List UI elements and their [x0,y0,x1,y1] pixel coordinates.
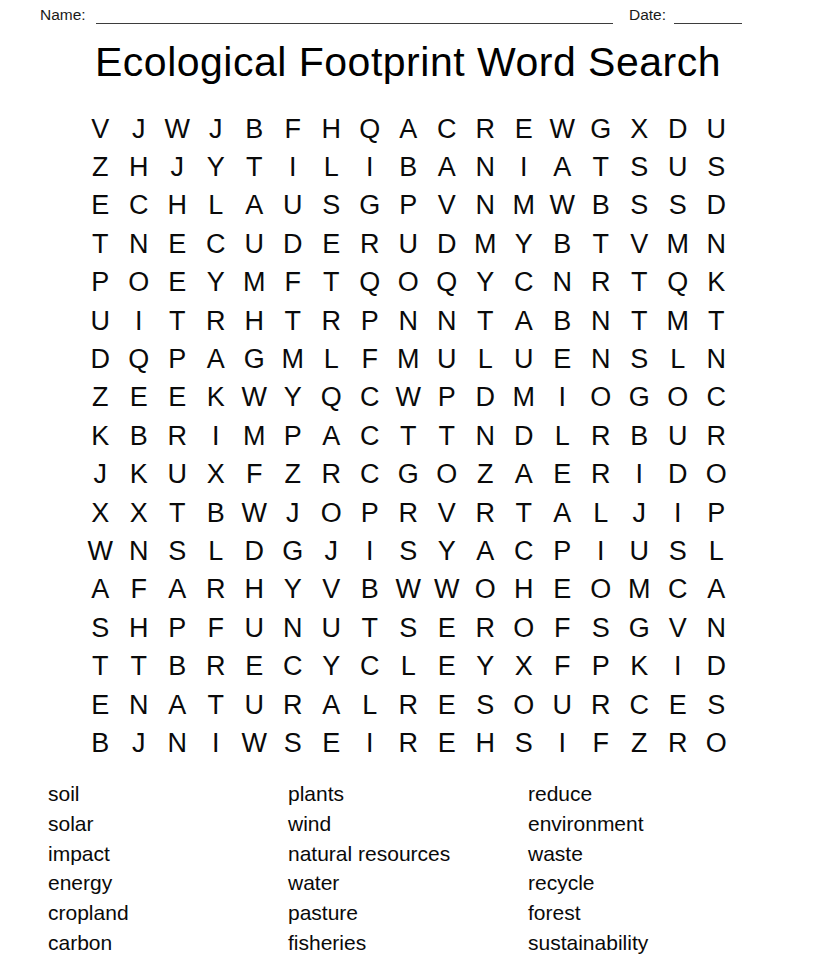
grid-cell-r1c15[interactable]: X [620,110,659,148]
grid-cell-r10c16[interactable]: D [659,456,698,494]
grid-cell-r13c6[interactable]: Y [274,571,313,609]
grid-cell-r13c9[interactable]: W [389,571,428,609]
grid-cell-r3c3[interactable]: H [158,187,197,225]
grid-cell-r13c1[interactable]: A [81,571,120,609]
grid-cell-r16c5[interactable]: U [235,686,274,724]
word-item: carbon [48,928,288,957]
grid-cell-r1c6[interactable]: F [274,110,313,148]
grid-cell-r12c15[interactable]: U [620,532,659,570]
grid-cell-r5c1[interactable]: P [81,264,120,302]
grid-cell-r9c13[interactable]: L [543,417,582,455]
grid-cell-r5c13[interactable]: N [543,264,582,302]
grid-cell-r2c15[interactable]: S [620,148,659,186]
grid-cell-r16c10[interactable]: E [428,686,467,724]
grid-cell-r4c14[interactable]: T [582,225,621,263]
grid-cell-r4c15[interactable]: V [620,225,659,263]
grid-cell-r5c6[interactable]: F [274,264,313,302]
grid-cell-r8c5[interactable]: W [235,379,274,417]
grid-cell-r14c12[interactable]: O [505,609,544,647]
grid-cell-r7c11[interactable]: L [466,340,505,378]
grid-cell-r12c1[interactable]: W [81,532,120,570]
grid-cell-r1c4[interactable]: J [197,110,236,148]
grid-cell-r1c2[interactable]: J [120,110,159,148]
grid-cell-r2c7[interactable]: L [312,148,351,186]
grid-cell-r5c2[interactable]: O [120,264,159,302]
grid-cell-r15c7[interactable]: Y [312,647,351,685]
grid-cell-r14c17[interactable]: N [697,609,736,647]
grid-cell-r7c9[interactable]: M [389,340,428,378]
grid-cell-r1c12[interactable]: E [505,110,544,148]
grid-cell-r3c12[interactable]: M [505,187,544,225]
grid-cell-r3c6[interactable]: U [274,187,313,225]
grid-cell-r15c3[interactable]: B [158,647,197,685]
grid-cell-r9c15[interactable]: B [620,417,659,455]
grid-cell-r5c7[interactable]: T [312,264,351,302]
grid-cell-r9c6[interactable]: P [274,417,313,455]
grid-cell-r16c1[interactable]: E [81,686,120,724]
grid-cell-r13c5[interactable]: H [235,571,274,609]
grid-cell-r7c4[interactable]: A [197,340,236,378]
grid-cell-r5c4[interactable]: Y [197,264,236,302]
grid-cell-r12c11[interactable]: A [466,532,505,570]
word-item: environment [528,809,648,839]
grid-cell-r2c16[interactable]: U [659,148,698,186]
grid-cell-r8c8[interactable]: C [351,379,390,417]
grid-cell-r13c12[interactable]: H [505,571,544,609]
grid-cell-r10c12[interactable]: A [505,456,544,494]
grid-cell-r17c16[interactable]: R [659,724,698,762]
grid-cell-r14c11[interactable]: R [466,609,505,647]
grid-cell-r11c9[interactable]: R [389,494,428,532]
grid-cell-r15c4[interactable]: R [197,647,236,685]
grid-cell-r17c12[interactable]: S [505,724,544,762]
grid-cell-r11c12[interactable]: T [505,494,544,532]
grid-cell-r11c10[interactable]: V [428,494,467,532]
grid-cell-r14c4[interactable]: F [197,609,236,647]
grid-cell-r17c13[interactable]: I [543,724,582,762]
grid-cell-r15c8[interactable]: C [351,647,390,685]
grid-cell-r11c15[interactable]: J [620,494,659,532]
grid-cell-r11c11[interactable]: R [466,494,505,532]
grid-cell-r1c9[interactable]: A [389,110,428,148]
grid-cell-r14c7[interactable]: U [312,609,351,647]
grid-cell-r6c7[interactable]: R [312,302,351,340]
grid-cell-r13c10[interactable]: W [428,571,467,609]
grid-cell-r8c6[interactable]: Y [274,379,313,417]
grid-cell-r6c15[interactable]: T [620,302,659,340]
grid-cell-r1c8[interactable]: Q [351,110,390,148]
grid-cell-r17c14[interactable]: F [582,724,621,762]
grid-cell-r9c10[interactable]: T [428,417,467,455]
grid-cell-r17c15[interactable]: Z [620,724,659,762]
grid-cell-r3c11[interactable]: N [466,187,505,225]
grid-cell-r5c3[interactable]: E [158,264,197,302]
grid-cell-r3c17[interactable]: D [697,187,736,225]
grid-cell-r7c6[interactable]: M [274,340,313,378]
grid-cell-r8c15[interactable]: G [620,379,659,417]
word-item: impact [48,839,288,869]
grid-cell-r10c9[interactable]: G [389,456,428,494]
grid-cell-r13c7[interactable]: V [312,571,351,609]
grid-cell-r10c7[interactable]: R [312,456,351,494]
grid-cell-r13c2[interactable]: F [120,571,159,609]
grid-cell-r9c16[interactable]: U [659,417,698,455]
grid-cell-r7c10[interactable]: U [428,340,467,378]
grid-cell-r7c12[interactable]: U [505,340,544,378]
grid-cell-r9c8[interactable]: C [351,417,390,455]
grid-cell-r2c3[interactable]: J [158,148,197,186]
grid-cell-r17c1[interactable]: B [81,724,120,762]
grid-cell-r8c12[interactable]: M [505,379,544,417]
grid-cell-r15c15[interactable]: K [620,647,659,685]
grid-cell-r9c11[interactable]: N [466,417,505,455]
grid-cell-r1c13[interactable]: W [543,110,582,148]
grid-cell-r9c14[interactable]: R [582,417,621,455]
grid-cell-r5c16[interactable]: Q [659,264,698,302]
grid-cell-r10c11[interactable]: Z [466,456,505,494]
grid-cell-r2c4[interactable]: Y [197,148,236,186]
grid-cell-r14c3[interactable]: P [158,609,197,647]
grid-cell-r17c2[interactable]: J [120,724,159,762]
grid-cell-r4c9[interactable]: U [389,225,428,263]
grid-cell-r7c13[interactable]: E [543,340,582,378]
grid-cell-r13c13[interactable]: E [543,571,582,609]
grid-cell-r9c4[interactable]: I [197,417,236,455]
grid-cell-r11c17[interactable]: P [697,494,736,532]
grid-cell-r10c2[interactable]: K [120,456,159,494]
grid-cell-r2c11[interactable]: N [466,148,505,186]
grid-cell-r7c17[interactable]: N [697,340,736,378]
word-item: cropland [48,898,288,928]
grid-cell-r2c13[interactable]: A [543,148,582,186]
grid-cell-r3c5[interactable]: A [235,187,274,225]
grid-cell-r6c4[interactable]: R [197,302,236,340]
grid-cell-r2c9[interactable]: B [389,148,428,186]
grid-cell-r7c15[interactable]: S [620,340,659,378]
grid-cell-r3c2[interactable]: C [120,187,159,225]
grid-cell-r7c3[interactable]: P [158,340,197,378]
grid-cell-r12c13[interactable]: P [543,532,582,570]
grid-cell-r5c17[interactable]: K [697,264,736,302]
grid-cell-r16c17[interactable]: S [697,686,736,724]
grid-cell-r1c16[interactable]: D [659,110,698,148]
grid-cell-r13c16[interactable]: C [659,571,698,609]
grid-cell-r2c8[interactable]: I [351,148,390,186]
grid-cell-r8c7[interactable]: Q [312,379,351,417]
grid-cell-r14c14[interactable]: S [582,609,621,647]
grid-cell-r8c16[interactable]: O [659,379,698,417]
grid-cell-r1c17[interactable]: U [697,110,736,148]
grid-cell-r15c9[interactable]: L [389,647,428,685]
grid-cell-r3c1[interactable]: E [81,187,120,225]
grid-cell-r2c1[interactable]: Z [81,148,120,186]
grid-cell-r13c15[interactable]: M [620,571,659,609]
grid-cell-r8c10[interactable]: P [428,379,467,417]
grid-cell-r5c5[interactable]: M [235,264,274,302]
grid-cell-r4c8[interactable]: R [351,225,390,263]
grid-cell-r8c17[interactable]: C [697,379,736,417]
grid-cell-r1c5[interactable]: B [235,110,274,148]
grid-cell-r10c4[interactable]: X [197,456,236,494]
grid-cell-r1c3[interactable]: W [158,110,197,148]
grid-cell-r16c15[interactable]: C [620,686,659,724]
grid-cell-r6c5[interactable]: H [235,302,274,340]
grid-cell-r10c15[interactable]: I [620,456,659,494]
grid-cell-r7c16[interactable]: L [659,340,698,378]
grid-cell-r14c10[interactable]: E [428,609,467,647]
grid-cell-r9c12[interactable]: D [505,417,544,455]
grid-cell-r5c12[interactable]: C [505,264,544,302]
grid-cell-r4c10[interactable]: D [428,225,467,263]
grid-cell-r9c17[interactable]: R [697,417,736,455]
grid-cell-r14c8[interactable]: T [351,609,390,647]
grid-cell-r1c1[interactable]: V [81,110,120,148]
grid-cell-r4c6[interactable]: D [274,225,313,263]
grid-cell-r10c5[interactable]: F [235,456,274,494]
grid-cell-r8c4[interactable]: K [197,379,236,417]
grid-cell-r11c16[interactable]: I [659,494,698,532]
grid-cell-r13c14[interactable]: O [582,571,621,609]
word-item: recycle [528,868,648,898]
grid-cell-r11c6[interactable]: J [274,494,313,532]
grid-cell-r16c4[interactable]: T [197,686,236,724]
grid-cell-r3c13[interactable]: W [543,187,582,225]
grid-cell-r15c17[interactable]: D [697,647,736,685]
grid-cell-r8c9[interactable]: W [389,379,428,417]
grid-cell-r14c15[interactable]: G [620,609,659,647]
grid-cell-r8c2[interactable]: E [120,379,159,417]
grid-cell-r6c6[interactable]: T [274,302,313,340]
grid-cell-r4c3[interactable]: E [158,225,197,263]
grid-cell-r4c12[interactable]: Y [505,225,544,263]
grid-cell-r15c6[interactable]: C [274,647,313,685]
grid-cell-r3c4[interactable]: L [197,187,236,225]
grid-cell-r5c9[interactable]: O [389,264,428,302]
grid-cell-r12c8[interactable]: I [351,532,390,570]
grid-cell-r4c17[interactable]: N [697,225,736,263]
grid-cell-r3c9[interactable]: P [389,187,428,225]
grid-cell-r3c10[interactable]: V [428,187,467,225]
grid-cell-r10c10[interactable]: O [428,456,467,494]
grid-cell-r14c1[interactable]: S [81,609,120,647]
grid-cell-r6c8[interactable]: P [351,302,390,340]
grid-cell-r2c5[interactable]: T [235,148,274,186]
grid-cell-r2c12[interactable]: I [505,148,544,186]
grid-cell-r12c14[interactable]: I [582,532,621,570]
grid-cell-r10c17[interactable]: O [697,456,736,494]
grid-cell-r8c14[interactable]: O [582,379,621,417]
grid-cell-r10c14[interactable]: R [582,456,621,494]
grid-cell-r15c1[interactable]: T [81,647,120,685]
grid-cell-r11c5[interactable]: W [235,494,274,532]
grid-cell-r12c3[interactable]: S [158,532,197,570]
grid-cell-r13c8[interactable]: B [351,571,390,609]
grid-cell-r1c11[interactable]: R [466,110,505,148]
grid-cell-r4c2[interactable]: N [120,225,159,263]
grid-cell-r4c11[interactable]: M [466,225,505,263]
grid-cell-r17c10[interactable]: E [428,724,467,762]
grid-cell-r3c7[interactable]: S [312,187,351,225]
grid-cell-r6c11[interactable]: T [466,302,505,340]
grid-cell-r6c13[interactable]: B [543,302,582,340]
grid-cell-r4c4[interactable]: C [197,225,236,263]
grid-cell-r16c8[interactable]: L [351,686,390,724]
grid-cell-r13c3[interactable]: A [158,571,197,609]
grid-cell-r7c7[interactable]: L [312,340,351,378]
grid-cell-r2c10[interactable]: A [428,148,467,186]
grid-cell-r6c10[interactable]: N [428,302,467,340]
grid-cell-r2c6[interactable]: I [274,148,313,186]
date-line[interactable] [674,5,742,24]
grid-cell-r17c11[interactable]: H [466,724,505,762]
grid-cell-r7c8[interactable]: F [351,340,390,378]
grid-cell-r9c1[interactable]: K [81,417,120,455]
grid-cell-r12c12[interactable]: C [505,532,544,570]
grid-cell-r14c6[interactable]: N [274,609,313,647]
grid-cell-r9c5[interactable]: M [235,417,274,455]
word-item: sustainability [528,928,648,957]
grid-cell-r12c9[interactable]: S [389,532,428,570]
grid-cell-r4c5[interactable]: U [235,225,274,263]
grid-cell-r9c3[interactable]: R [158,417,197,455]
grid-cell-r11c13[interactable]: A [543,494,582,532]
grid-cell-r4c1[interactable]: T [81,225,120,263]
grid-cell-r15c13[interactable]: F [543,647,582,685]
grid-cell-r15c5[interactable]: E [235,647,274,685]
grid-cell-r2c17[interactable]: S [697,148,736,186]
grid-cell-r13c11[interactable]: O [466,571,505,609]
grid-cell-r2c14[interactable]: T [582,148,621,186]
grid-cell-r7c14[interactable]: N [582,340,621,378]
grid-cell-r12c2[interactable]: N [120,532,159,570]
grid-cell-r16c2[interactable]: N [120,686,159,724]
grid-cell-r6c12[interactable]: A [505,302,544,340]
grid-cell-r7c5[interactable]: G [235,340,274,378]
grid-cell-r4c16[interactable]: M [659,225,698,263]
grid-cell-r5c8[interactable]: Q [351,264,390,302]
grid-cell-r2c2[interactable]: H [120,148,159,186]
grid-cell-r6c16[interactable]: M [659,302,698,340]
grid-cell-r13c4[interactable]: R [197,571,236,609]
grid-cell-r14c9[interactable]: S [389,609,428,647]
grid-cell-r11c3[interactable]: T [158,494,197,532]
grid-cell-r6c14[interactable]: N [582,302,621,340]
grid-cell-r16c14[interactable]: R [582,686,621,724]
grid-cell-r8c13[interactable]: I [543,379,582,417]
grid-cell-r6c3[interactable]: T [158,302,197,340]
grid-cell-r17c6[interactable]: S [274,724,313,762]
grid-cell-r12c5[interactable]: D [235,532,274,570]
grid-cell-r16c3[interactable]: A [158,686,197,724]
grid-cell-r6c2[interactable]: I [120,302,159,340]
grid-cell-r17c9[interactable]: R [389,724,428,762]
grid-cell-r17c17[interactable]: O [697,724,736,762]
grid-cell-r14c16[interactable]: V [659,609,698,647]
grid-cell-r12c17[interactable]: L [697,532,736,570]
grid-cell-r5c15[interactable]: T [620,264,659,302]
grid-cell-r6c17[interactable]: T [697,302,736,340]
grid-cell-r14c5[interactable]: U [235,609,274,647]
grid-cell-r17c7[interactable]: E [312,724,351,762]
grid-cell-r16c12[interactable]: O [505,686,544,724]
grid-cell-r5c10[interactable]: Q [428,264,467,302]
grid-cell-r12c16[interactable]: S [659,532,698,570]
grid-cell-r12c4[interactable]: L [197,532,236,570]
grid-cell-r15c11[interactable]: Y [466,647,505,685]
grid-cell-r9c2[interactable]: B [120,417,159,455]
grid-cell-r6c9[interactable]: N [389,302,428,340]
grid-cell-r16c7[interactable]: A [312,686,351,724]
grid-cell-r12c10[interactable]: Y [428,532,467,570]
grid-cell-r16c9[interactable]: R [389,686,428,724]
grid-cell-r15c16[interactable]: I [659,647,698,685]
grid-cell-r14c13[interactable]: F [543,609,582,647]
grid-cell-r7c2[interactable]: Q [120,340,159,378]
grid-cell-r8c3[interactable]: E [158,379,197,417]
word-item: pasture [288,898,528,928]
grid-cell-r9c9[interactable]: T [389,417,428,455]
grid-cell-r14c2[interactable]: H [120,609,159,647]
grid-cell-r3c8[interactable]: G [351,187,390,225]
grid-cell-r10c1[interactable]: J [81,456,120,494]
grid-cell-r3c15[interactable]: S [620,187,659,225]
grid-cell-r11c4[interactable]: B [197,494,236,532]
word-item: reduce [528,779,648,809]
grid-cell-r16c16[interactable]: E [659,686,698,724]
word-item: water [288,868,528,898]
grid-cell-r1c10[interactable]: C [428,110,467,148]
grid-cell-r8c11[interactable]: D [466,379,505,417]
grid-cell-r15c12[interactable]: X [505,647,544,685]
grid-cell-r17c4[interactable]: I [197,724,236,762]
grid-cell-r11c2[interactable]: X [120,494,159,532]
grid-cell-r17c8[interactable]: I [351,724,390,762]
grid-cell-r5c11[interactable]: Y [466,264,505,302]
grid-cell-r3c14[interactable]: B [582,187,621,225]
grid-cell-r4c7[interactable]: E [312,225,351,263]
grid-cell-r3c16[interactable]: S [659,187,698,225]
grid-cell-r10c3[interactable]: U [158,456,197,494]
grid-cell-r16c11[interactable]: S [466,686,505,724]
grid-cell-r1c7[interactable]: H [312,110,351,148]
grid-cell-r7c1[interactable]: D [81,340,120,378]
grid-cell-r9c7[interactable]: A [312,417,351,455]
grid-cell-r11c7[interactable]: O [312,494,351,532]
grid-cell-r13c17[interactable]: A [697,571,736,609]
grid-cell-r5c14[interactable]: R [582,264,621,302]
grid-cell-r10c8[interactable]: C [351,456,390,494]
name-line[interactable] [96,5,613,24]
grid-cell-r15c14[interactable]: P [582,647,621,685]
grid-cell-r12c6[interactable]: G [274,532,313,570]
grid-cell-r15c2[interactable]: T [120,647,159,685]
grid-cell-r11c1[interactable]: X [81,494,120,532]
grid-cell-r11c8[interactable]: P [351,494,390,532]
grid-cell-r17c5[interactable]: W [235,724,274,762]
grid-cell-r17c3[interactable]: N [158,724,197,762]
grid-cell-r12c7[interactable]: J [312,532,351,570]
grid-cell-r11c14[interactable]: L [582,494,621,532]
grid-cell-r6c1[interactable]: U [81,302,120,340]
grid-cell-r10c13[interactable]: E [543,456,582,494]
grid-cell-r15c10[interactable]: E [428,647,467,685]
grid-cell-r4c13[interactable]: B [543,225,582,263]
grid-cell-r8c1[interactable]: Z [81,379,120,417]
grid-cell-r16c13[interactable]: U [543,686,582,724]
grid-cell-r10c6[interactable]: Z [274,456,313,494]
grid-cell-r16c6[interactable]: R [274,686,313,724]
grid-cell-r1c14[interactable]: G [582,110,621,148]
